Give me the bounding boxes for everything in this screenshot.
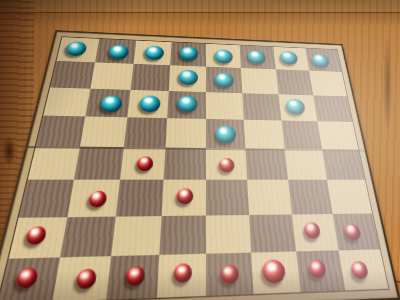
square-r5c7[interactable] — [284, 149, 327, 180]
square-r8c5[interactable] — [206, 252, 254, 296]
square-r2c1[interactable] — [50, 61, 95, 88]
square-r3c6[interactable] — [243, 93, 282, 120]
square-r2c8[interactable] — [309, 71, 347, 96]
blue-gem-piece[interactable] — [311, 54, 330, 68]
square-r3c7[interactable] — [278, 94, 317, 121]
square-r4c1[interactable] — [36, 115, 86, 146]
square-r8c8[interactable] — [338, 249, 388, 290]
red-gem-piece[interactable] — [221, 265, 239, 284]
square-r1c2[interactable] — [95, 39, 136, 64]
red-gem-piece[interactable] — [125, 266, 145, 286]
square-r7c1[interactable] — [9, 217, 68, 259]
square-r3c8[interactable] — [313, 95, 352, 122]
board-grid — [0, 36, 390, 300]
red-gem-piece[interactable] — [308, 260, 327, 279]
square-r3c4[interactable] — [167, 91, 206, 119]
blue-gem-piece[interactable] — [215, 125, 236, 143]
square-r5c1[interactable] — [28, 146, 81, 180]
blue-gem-piece[interactable] — [180, 46, 199, 61]
square-r1c6[interactable] — [240, 45, 276, 69]
square-r5c6[interactable] — [246, 148, 288, 180]
square-r3c1[interactable] — [43, 87, 90, 116]
square-r6c4[interactable] — [161, 180, 206, 216]
blue-gem-piece[interactable] — [215, 73, 234, 89]
square-r2c5[interactable] — [206, 67, 243, 93]
blue-gem-piece[interactable] — [108, 45, 129, 60]
square-r8c6[interactable] — [251, 251, 300, 294]
red-gem-piece[interactable] — [88, 191, 108, 207]
red-gem-piece[interactable] — [219, 158, 235, 172]
photo-scene — [0, 0, 400, 300]
square-r3c2[interactable] — [86, 88, 130, 117]
game-board — [0, 30, 400, 300]
square-r7c6[interactable] — [249, 214, 295, 252]
square-r5c2[interactable] — [74, 147, 123, 180]
square-r5c5[interactable] — [206, 148, 247, 180]
blue-gem-piece[interactable] — [280, 51, 299, 65]
blue-gem-piece[interactable] — [247, 50, 266, 65]
square-r2c4[interactable] — [169, 65, 206, 91]
blue-gem-piece[interactable] — [139, 95, 161, 112]
square-r4c5[interactable] — [206, 119, 246, 149]
square-r8c4[interactable] — [157, 253, 206, 297]
square-r1c5[interactable] — [206, 44, 241, 68]
square-r4c6[interactable] — [244, 119, 284, 148]
square-r4c4[interactable] — [165, 118, 206, 148]
wood-grain-streak — [383, 32, 392, 137]
square-r3c5[interactable] — [206, 92, 244, 120]
square-r5c4[interactable] — [163, 148, 206, 180]
square-r1c3[interactable] — [133, 41, 171, 66]
square-r1c8[interactable] — [305, 48, 341, 72]
blue-gem-piece[interactable] — [99, 95, 122, 112]
square-r2c6[interactable] — [241, 68, 278, 94]
square-r8c1[interactable] — [0, 257, 61, 300]
square-r5c8[interactable] — [322, 149, 365, 180]
square-r4c8[interactable] — [317, 121, 358, 150]
square-r6c5[interactable] — [206, 180, 249, 215]
square-r6c6[interactable] — [247, 180, 291, 214]
square-r7c4[interactable] — [159, 215, 206, 255]
square-r6c8[interactable] — [327, 180, 372, 213]
square-r2c7[interactable] — [275, 70, 312, 95]
red-gem-piece[interactable] — [136, 156, 153, 171]
blue-gem-piece[interactable] — [64, 41, 87, 56]
blue-gem-piece[interactable] — [214, 49, 232, 64]
square-r2c2[interactable] — [91, 63, 133, 90]
square-r4c7[interactable] — [281, 120, 322, 149]
red-gem-piece[interactable] — [303, 222, 321, 239]
square-r7c3[interactable] — [111, 215, 162, 255]
red-gem-piece[interactable] — [14, 268, 38, 289]
square-r3c3[interactable] — [127, 89, 169, 117]
square-r4c3[interactable] — [123, 117, 167, 148]
square-r5c3[interactable] — [119, 147, 165, 180]
square-r1c1[interactable] — [56, 37, 99, 62]
square-r7c2[interactable] — [61, 216, 116, 257]
red-gem-piece[interactable] — [344, 224, 362, 241]
red-gem-piece[interactable] — [174, 264, 192, 284]
square-r6c3[interactable] — [115, 180, 163, 216]
square-r6c7[interactable] — [288, 180, 333, 214]
square-r4c2[interactable] — [80, 116, 127, 147]
blue-gem-piece[interactable] — [144, 45, 164, 60]
square-r8c2[interactable] — [52, 256, 110, 300]
square-r6c2[interactable] — [68, 180, 120, 217]
square-r7c5[interactable] — [206, 214, 251, 253]
square-r2c3[interactable] — [130, 64, 170, 91]
wood-knot — [2, 136, 16, 166]
square-r1c4[interactable] — [170, 42, 206, 67]
square-r6c1[interactable] — [19, 180, 75, 217]
square-r7c8[interactable] — [332, 213, 379, 250]
red-gem-piece[interactable] — [177, 188, 194, 204]
blue-gem-piece[interactable] — [285, 98, 306, 114]
square-r8c7[interactable] — [296, 250, 345, 292]
blue-gem-piece[interactable] — [179, 70, 199, 86]
square-r8c3[interactable] — [105, 255, 159, 300]
red-gem-piece[interactable] — [75, 269, 97, 290]
plank-seam-top — [0, 12, 400, 13]
square-r1c7[interactable] — [273, 47, 309, 71]
blue-gem-piece[interactable] — [178, 95, 198, 112]
red-gem-piece[interactable] — [24, 226, 47, 245]
red-gem-piece[interactable] — [350, 261, 369, 279]
red-gem-piece[interactable] — [262, 260, 286, 285]
square-r7c7[interactable] — [291, 213, 338, 251]
